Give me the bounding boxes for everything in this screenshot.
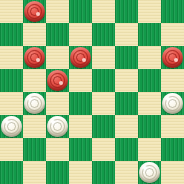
white-man-piece[interactable]: ⛀ bbox=[24, 93, 45, 114]
piece-highlight bbox=[59, 81, 63, 85]
dark-square-14[interactable]: ⛂ bbox=[46, 69, 69, 92]
light-square bbox=[92, 138, 115, 161]
piece-highlight bbox=[51, 120, 55, 124]
light-square bbox=[92, 46, 115, 69]
white-man-piece[interactable]: ⛀ bbox=[1, 116, 22, 137]
dark-square-19[interactable] bbox=[115, 92, 138, 115]
light-square bbox=[69, 23, 92, 46]
dark-square-25[interactable] bbox=[23, 138, 46, 161]
light-square bbox=[115, 23, 138, 46]
dark-square-21[interactable]: ⛀ bbox=[0, 115, 23, 138]
piece-highlight bbox=[82, 58, 86, 62]
red-man-piece[interactable]: ⛂ bbox=[70, 47, 91, 68]
light-square bbox=[115, 115, 138, 138]
white-man-piece[interactable]: ⛀ bbox=[139, 162, 160, 183]
light-square bbox=[23, 23, 46, 46]
dark-square-9[interactable]: ⛂ bbox=[23, 46, 46, 69]
piece-highlight bbox=[28, 97, 32, 101]
dark-square-2[interactable] bbox=[69, 0, 92, 23]
dark-square-22[interactable]: ⛀ bbox=[46, 115, 69, 138]
light-square bbox=[161, 115, 184, 138]
light-square bbox=[161, 161, 184, 184]
dark-square-29[interactable] bbox=[0, 161, 23, 184]
light-square bbox=[138, 46, 161, 69]
dark-square-23[interactable] bbox=[92, 115, 115, 138]
dark-square-31[interactable] bbox=[92, 161, 115, 184]
dark-square-11[interactable] bbox=[115, 46, 138, 69]
dark-square-10[interactable]: ⛂ bbox=[69, 46, 92, 69]
dark-square-3[interactable] bbox=[115, 0, 138, 23]
light-square bbox=[0, 0, 23, 23]
red-man-piece[interactable]: ⛂ bbox=[162, 47, 183, 68]
light-square bbox=[46, 138, 69, 161]
light-square bbox=[23, 161, 46, 184]
white-man-piece[interactable]: ⛀ bbox=[47, 116, 68, 137]
dark-square-18[interactable] bbox=[69, 92, 92, 115]
light-square bbox=[115, 161, 138, 184]
dark-square-17[interactable]: ⛀ bbox=[23, 92, 46, 115]
dark-square-26[interactable] bbox=[69, 138, 92, 161]
dark-square-30[interactable] bbox=[46, 161, 69, 184]
light-square bbox=[0, 92, 23, 115]
piece-highlight bbox=[36, 12, 40, 16]
checkers-board: ⛂⛂⛂⛂⛂⛀⛀⛀⛀⛀ bbox=[0, 0, 184, 184]
piece-highlight bbox=[174, 58, 178, 62]
light-square bbox=[0, 138, 23, 161]
dark-square-24[interactable] bbox=[138, 115, 161, 138]
dark-square-16[interactable] bbox=[138, 69, 161, 92]
piece-highlight bbox=[166, 97, 170, 101]
light-square bbox=[161, 69, 184, 92]
light-square bbox=[92, 92, 115, 115]
red-man-piece[interactable]: ⛂ bbox=[24, 47, 45, 68]
dark-square-15[interactable] bbox=[92, 69, 115, 92]
light-square bbox=[138, 138, 161, 161]
light-square bbox=[69, 69, 92, 92]
light-square bbox=[23, 115, 46, 138]
dark-square-5[interactable] bbox=[0, 23, 23, 46]
light-square bbox=[23, 69, 46, 92]
dark-square-13[interactable] bbox=[0, 69, 23, 92]
piece-highlight bbox=[5, 120, 9, 124]
dark-square-12[interactable]: ⛂ bbox=[161, 46, 184, 69]
light-square bbox=[92, 0, 115, 23]
light-square bbox=[69, 161, 92, 184]
light-square bbox=[138, 92, 161, 115]
light-square bbox=[46, 92, 69, 115]
dark-square-32[interactable]: ⛀ bbox=[138, 161, 161, 184]
dark-square-7[interactable] bbox=[92, 23, 115, 46]
light-square bbox=[161, 23, 184, 46]
white-man-piece[interactable]: ⛀ bbox=[162, 93, 183, 114]
dark-square-28[interactable] bbox=[161, 138, 184, 161]
light-square bbox=[69, 115, 92, 138]
dark-square-6[interactable] bbox=[46, 23, 69, 46]
dark-square-27[interactable] bbox=[115, 138, 138, 161]
dark-square-8[interactable] bbox=[138, 23, 161, 46]
light-square bbox=[115, 69, 138, 92]
light-square bbox=[46, 46, 69, 69]
light-square bbox=[138, 0, 161, 23]
piece-highlight bbox=[143, 166, 147, 170]
red-man-piece[interactable]: ⛂ bbox=[47, 70, 68, 91]
light-square bbox=[46, 0, 69, 23]
dark-square-1[interactable]: ⛂ bbox=[23, 0, 46, 23]
light-square bbox=[0, 46, 23, 69]
dark-square-4[interactable] bbox=[161, 0, 184, 23]
red-man-piece[interactable]: ⛂ bbox=[24, 1, 45, 22]
dark-square-20[interactable]: ⛀ bbox=[161, 92, 184, 115]
piece-highlight bbox=[36, 58, 40, 62]
